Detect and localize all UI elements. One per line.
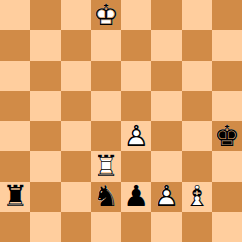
square-d7[interactable] bbox=[91, 30, 121, 60]
black-pawn-icon: ♟ bbox=[121, 182, 151, 212]
square-c3[interactable] bbox=[61, 151, 91, 181]
square-f7[interactable] bbox=[151, 30, 181, 60]
white-bishop[interactable]: ♝♗ bbox=[182, 182, 212, 212]
square-g7[interactable] bbox=[182, 30, 212, 60]
square-b6[interactable] bbox=[30, 61, 60, 91]
white-pawn[interactable]: ♟♙ bbox=[151, 182, 181, 212]
square-d6[interactable] bbox=[91, 61, 121, 91]
square-f4[interactable] bbox=[151, 121, 181, 151]
square-h6[interactable] bbox=[212, 61, 242, 91]
white-pawn-icon: ♙ bbox=[151, 182, 181, 212]
square-a1[interactable] bbox=[0, 212, 30, 242]
square-c5[interactable] bbox=[61, 91, 91, 121]
square-g4[interactable] bbox=[182, 121, 212, 151]
square-e4[interactable]: ♟♙ bbox=[121, 121, 151, 151]
white-rook[interactable]: ♜♖ bbox=[91, 151, 121, 181]
square-a4[interactable] bbox=[0, 121, 30, 151]
square-b4[interactable] bbox=[30, 121, 60, 151]
square-d4[interactable] bbox=[91, 121, 121, 151]
square-g5[interactable] bbox=[182, 91, 212, 121]
white-pawn[interactable]: ♟♙ bbox=[121, 121, 151, 151]
square-e2[interactable]: ♙♟ bbox=[121, 182, 151, 212]
black-king[interactable]: ♔♚ bbox=[212, 121, 242, 151]
square-b3[interactable] bbox=[30, 151, 60, 181]
chess-board: ♚♔♟♙♔♚♜♖♖♜♘♞♙♟♟♙♝♗ bbox=[0, 0, 242, 242]
square-h3[interactable] bbox=[212, 151, 242, 181]
black-rook[interactable]: ♖♜ bbox=[0, 182, 30, 212]
square-e6[interactable] bbox=[121, 61, 151, 91]
square-d2[interactable]: ♘♞ bbox=[91, 182, 121, 212]
square-d8[interactable]: ♚♔ bbox=[91, 0, 121, 30]
square-c7[interactable] bbox=[61, 30, 91, 60]
square-f6[interactable] bbox=[151, 61, 181, 91]
square-c1[interactable] bbox=[61, 212, 91, 242]
square-b2[interactable] bbox=[30, 182, 60, 212]
square-c6[interactable] bbox=[61, 61, 91, 91]
black-knight[interactable]: ♘♞ bbox=[91, 182, 121, 212]
square-f2[interactable]: ♟♙ bbox=[151, 182, 181, 212]
square-f5[interactable] bbox=[151, 91, 181, 121]
square-a5[interactable] bbox=[0, 91, 30, 121]
black-king-icon: ♚ bbox=[212, 121, 242, 151]
square-h4[interactable]: ♔♚ bbox=[212, 121, 242, 151]
square-e3[interactable] bbox=[121, 151, 151, 181]
square-h5[interactable] bbox=[212, 91, 242, 121]
square-h2[interactable] bbox=[212, 182, 242, 212]
square-a8[interactable] bbox=[0, 0, 30, 30]
white-bishop-icon: ♗ bbox=[182, 182, 212, 212]
square-g1[interactable] bbox=[182, 212, 212, 242]
square-a7[interactable] bbox=[0, 30, 30, 60]
square-h7[interactable] bbox=[212, 30, 242, 60]
square-f3[interactable] bbox=[151, 151, 181, 181]
square-g6[interactable] bbox=[182, 61, 212, 91]
square-b8[interactable] bbox=[30, 0, 60, 30]
square-h8[interactable] bbox=[212, 0, 242, 30]
square-b5[interactable] bbox=[30, 91, 60, 121]
square-e1[interactable] bbox=[121, 212, 151, 242]
black-knight-icon: ♞ bbox=[91, 182, 121, 212]
square-c4[interactable] bbox=[61, 121, 91, 151]
white-rook-icon: ♖ bbox=[91, 151, 121, 181]
square-d5[interactable] bbox=[91, 91, 121, 121]
white-king-icon: ♔ bbox=[91, 0, 121, 30]
square-b7[interactable] bbox=[30, 30, 60, 60]
square-g2[interactable]: ♝♗ bbox=[182, 182, 212, 212]
square-g3[interactable] bbox=[182, 151, 212, 181]
square-h1[interactable] bbox=[212, 212, 242, 242]
square-a2[interactable]: ♖♜ bbox=[0, 182, 30, 212]
square-a3[interactable] bbox=[0, 151, 30, 181]
square-f1[interactable] bbox=[151, 212, 181, 242]
square-e7[interactable] bbox=[121, 30, 151, 60]
square-e8[interactable] bbox=[121, 0, 151, 30]
black-pawn[interactable]: ♙♟ bbox=[121, 182, 151, 212]
square-g8[interactable] bbox=[182, 0, 212, 30]
square-f8[interactable] bbox=[151, 0, 181, 30]
square-c2[interactable] bbox=[61, 182, 91, 212]
square-d3[interactable]: ♜♖ bbox=[91, 151, 121, 181]
square-b1[interactable] bbox=[30, 212, 60, 242]
square-d1[interactable] bbox=[91, 212, 121, 242]
white-king[interactable]: ♚♔ bbox=[91, 0, 121, 30]
white-pawn-icon: ♙ bbox=[121, 121, 151, 151]
square-c8[interactable] bbox=[61, 0, 91, 30]
black-rook-icon: ♜ bbox=[0, 182, 30, 212]
square-e5[interactable] bbox=[121, 91, 151, 121]
square-a6[interactable] bbox=[0, 61, 30, 91]
